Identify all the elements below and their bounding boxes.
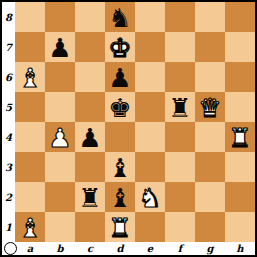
square-a1[interactable]: ♝ — [15, 212, 45, 242]
square-b5[interactable] — [45, 92, 75, 122]
file-label-f: f — [165, 242, 195, 255]
square-d2[interactable]: ♝ — [105, 182, 135, 212]
square-e6[interactable] — [135, 62, 165, 92]
square-g6[interactable] — [195, 62, 225, 92]
black-rook: ♜ — [78, 183, 101, 213]
square-e5[interactable] — [135, 92, 165, 122]
square-d7[interactable]: ♚ — [105, 32, 135, 62]
square-h4[interactable]: ♜ — [225, 122, 255, 152]
rank-label-1: 1 — [2, 212, 15, 242]
square-f3[interactable] — [165, 152, 195, 182]
move-indicator-corner — [2, 242, 15, 255]
square-f4[interactable] — [165, 122, 195, 152]
file-label-e: e — [135, 242, 165, 255]
rank-label-6: 6 — [2, 62, 15, 92]
white-rook: ♜ — [108, 213, 131, 243]
square-g7[interactable] — [195, 32, 225, 62]
square-g2[interactable] — [195, 182, 225, 212]
black-bishop: ♝ — [108, 153, 131, 183]
square-d3[interactable]: ♝ — [105, 152, 135, 182]
square-d8[interactable]: ♞ — [105, 2, 135, 32]
square-b3[interactable] — [45, 152, 75, 182]
file-label-c: c — [75, 242, 105, 255]
square-g5[interactable]: ♛ — [195, 92, 225, 122]
rank-label-7: 7 — [2, 32, 15, 62]
square-d6[interactable]: ♟ — [105, 62, 135, 92]
white-king: ♚ — [108, 33, 131, 63]
square-h5[interactable] — [225, 92, 255, 122]
white-queen: ♛ — [198, 93, 221, 123]
square-a6[interactable]: ♝ — [15, 62, 45, 92]
square-c4[interactable]: ♟ — [75, 122, 105, 152]
square-f2[interactable] — [165, 182, 195, 212]
square-g4[interactable] — [195, 122, 225, 152]
square-g3[interactable] — [195, 152, 225, 182]
square-h8[interactable] — [225, 2, 255, 32]
file-label-d: d — [105, 242, 135, 255]
file-label-a: a — [15, 242, 45, 255]
square-c2[interactable]: ♜ — [75, 182, 105, 212]
black-knight: ♞ — [108, 3, 131, 33]
square-d1[interactable]: ♜ — [105, 212, 135, 242]
white-bishop: ♝ — [18, 213, 41, 243]
black-bishop: ♝ — [108, 183, 131, 213]
square-c6[interactable] — [75, 62, 105, 92]
square-f6[interactable] — [165, 62, 195, 92]
square-a2[interactable] — [15, 182, 45, 212]
chess-diagram: 8 7 6 5 4 3 2 1 ♞♟♚♝♟♚♜♛♟♟♜♝♜♝♞♝♜ a b c … — [0, 0, 257, 257]
square-b8[interactable] — [45, 2, 75, 32]
square-a7[interactable] — [15, 32, 45, 62]
rank-label-3: 3 — [2, 152, 15, 182]
square-e3[interactable] — [135, 152, 165, 182]
black-pawn: ♟ — [108, 63, 131, 93]
file-label-b: b — [45, 242, 75, 255]
square-f5[interactable]: ♜ — [165, 92, 195, 122]
file-labels: a b c d e f g h — [15, 242, 255, 255]
rank-label-8: 8 — [2, 2, 15, 32]
square-h2[interactable] — [225, 182, 255, 212]
square-e4[interactable] — [135, 122, 165, 152]
white-to-move-indicator — [4, 242, 17, 255]
square-f1[interactable] — [165, 212, 195, 242]
white-bishop: ♝ — [18, 63, 41, 93]
black-pawn: ♟ — [78, 123, 101, 153]
square-a4[interactable] — [15, 122, 45, 152]
white-pawn: ♟ — [48, 123, 71, 153]
square-h3[interactable] — [225, 152, 255, 182]
square-c8[interactable] — [75, 2, 105, 32]
square-b4[interactable]: ♟ — [45, 122, 75, 152]
square-f8[interactable] — [165, 2, 195, 32]
square-b2[interactable] — [45, 182, 75, 212]
square-h6[interactable] — [225, 62, 255, 92]
square-b7[interactable]: ♟ — [45, 32, 75, 62]
square-c5[interactable] — [75, 92, 105, 122]
rank-label-5: 5 — [2, 92, 15, 122]
square-a3[interactable] — [15, 152, 45, 182]
square-c7[interactable] — [75, 32, 105, 62]
square-e1[interactable] — [135, 212, 165, 242]
square-b6[interactable] — [45, 62, 75, 92]
black-king: ♚ — [108, 93, 131, 123]
file-label-g: g — [195, 242, 225, 255]
square-d5[interactable]: ♚ — [105, 92, 135, 122]
rank-label-4: 4 — [2, 122, 15, 152]
square-c3[interactable] — [75, 152, 105, 182]
black-pawn: ♟ — [48, 33, 71, 63]
white-rook: ♜ — [228, 123, 251, 153]
square-e2[interactable]: ♞ — [135, 182, 165, 212]
square-f7[interactable] — [165, 32, 195, 62]
square-b1[interactable] — [45, 212, 75, 242]
black-rook: ♜ — [168, 93, 191, 123]
square-d4[interactable] — [105, 122, 135, 152]
file-label-h: h — [225, 242, 255, 255]
square-a8[interactable] — [15, 2, 45, 32]
square-g8[interactable] — [195, 2, 225, 32]
white-knight: ♞ — [138, 183, 161, 213]
square-e8[interactable] — [135, 2, 165, 32]
square-a5[interactable] — [15, 92, 45, 122]
square-h7[interactable] — [225, 32, 255, 62]
square-c1[interactable] — [75, 212, 105, 242]
rank-label-2: 2 — [2, 182, 15, 212]
square-g1[interactable] — [195, 212, 225, 242]
square-e7[interactable] — [135, 32, 165, 62]
rank-labels: 8 7 6 5 4 3 2 1 — [2, 2, 15, 242]
square-h1[interactable] — [225, 212, 255, 242]
chess-board[interactable]: ♞♟♚♝♟♚♜♛♟♟♜♝♜♝♞♝♜ — [15, 2, 255, 242]
